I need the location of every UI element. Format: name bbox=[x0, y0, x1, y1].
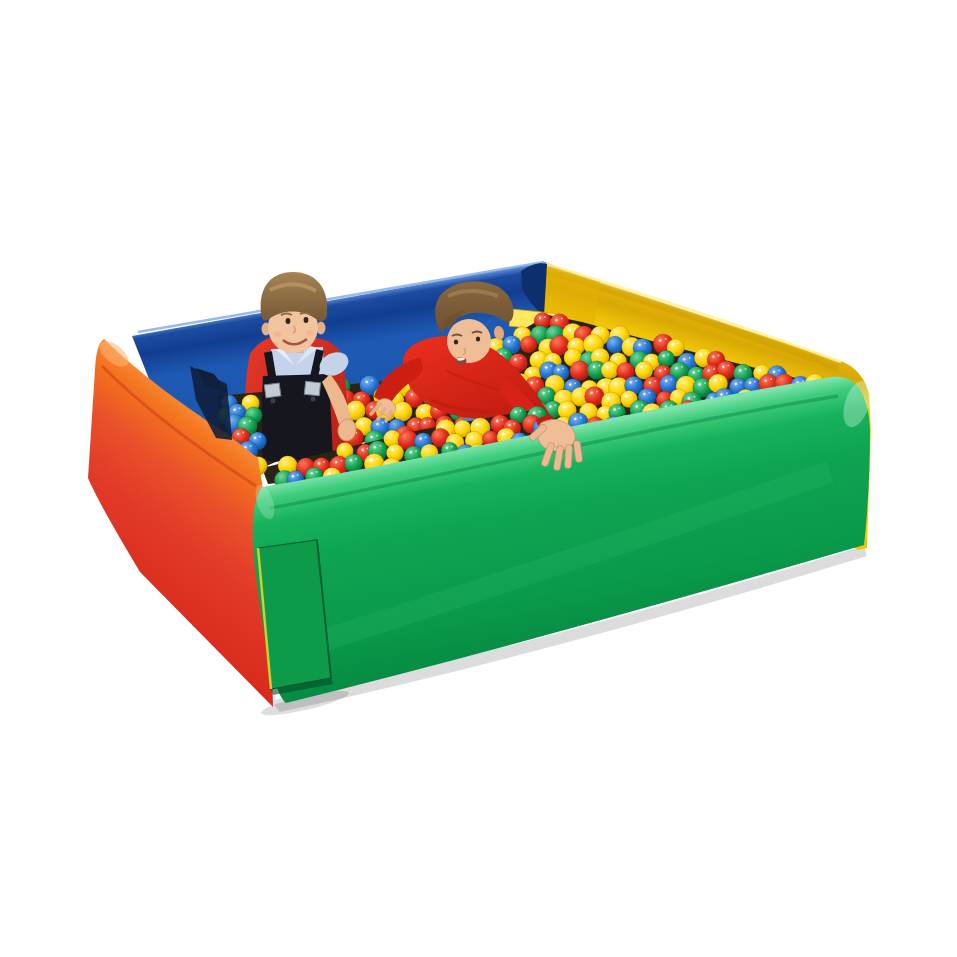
ball-speckle bbox=[635, 380, 637, 382]
ball-speckle bbox=[376, 435, 378, 437]
ball-speckle bbox=[665, 380, 668, 383]
ball-speckle bbox=[593, 366, 596, 369]
ball-speckle bbox=[391, 449, 394, 452]
ball-speckle bbox=[640, 366, 643, 369]
ball-speckle bbox=[713, 368, 715, 370]
crawling-boy-eye-left bbox=[454, 339, 458, 344]
ball-speckle bbox=[501, 419, 503, 421]
ball-speckle bbox=[374, 446, 377, 449]
ball-speckle bbox=[754, 380, 756, 382]
ball-speckle bbox=[770, 378, 772, 380]
ball-speckle bbox=[720, 378, 722, 380]
ball-speckle bbox=[355, 458, 357, 460]
ball-speckle bbox=[670, 379, 672, 381]
ball-speckle bbox=[596, 331, 599, 334]
standing-boy-cheek-left bbox=[273, 331, 281, 337]
ball-speckle bbox=[429, 420, 431, 422]
ball-speckle bbox=[630, 394, 632, 396]
ball-speckle bbox=[533, 412, 536, 415]
ball-speckle bbox=[370, 436, 373, 439]
ball-speckle bbox=[735, 383, 738, 386]
ball-speckle bbox=[358, 396, 361, 399]
ball-red bbox=[520, 336, 537, 353]
ball-speckle bbox=[379, 445, 381, 447]
ball-speckle bbox=[535, 356, 538, 359]
ball-speckle bbox=[421, 409, 424, 412]
ball-speckle bbox=[601, 410, 604, 413]
ball-speckle bbox=[424, 421, 427, 424]
ball-speckle bbox=[758, 369, 761, 372]
ball-speckle bbox=[648, 358, 651, 361]
ball-speckle bbox=[625, 395, 628, 398]
ball-speckle bbox=[574, 418, 577, 421]
ball-speckle bbox=[638, 343, 641, 346]
ball-speckle bbox=[542, 392, 545, 395]
ball-speckle bbox=[524, 330, 526, 332]
ball-speckle bbox=[648, 392, 650, 394]
ball-speckle bbox=[365, 421, 367, 423]
ball-speckle bbox=[613, 396, 615, 398]
ball-speckle bbox=[614, 357, 617, 360]
ball-speckle bbox=[557, 368, 560, 371]
ball-speckle bbox=[341, 460, 343, 462]
ball-speckle bbox=[598, 365, 600, 367]
ball-speckle bbox=[572, 342, 575, 345]
ball-speckle bbox=[297, 474, 299, 476]
ball-speckle bbox=[550, 365, 552, 367]
ball-speckle bbox=[548, 391, 550, 393]
ball-speckle bbox=[692, 371, 695, 374]
ball-speckle bbox=[664, 368, 666, 370]
ball-speckle bbox=[544, 316, 546, 318]
ball-speckle bbox=[726, 392, 728, 394]
ball-speckle bbox=[720, 393, 723, 396]
ball-speckle bbox=[513, 423, 515, 425]
ball-speckle bbox=[630, 381, 633, 384]
ball-speckle bbox=[520, 357, 522, 359]
ball-speckle bbox=[698, 370, 700, 372]
ball-speckle bbox=[549, 357, 552, 360]
ball-speckle bbox=[745, 368, 747, 370]
ball-speckle bbox=[644, 342, 646, 344]
ball-speckle bbox=[555, 319, 558, 322]
standing-boy-clasp-left bbox=[264, 383, 281, 398]
ball-green bbox=[658, 350, 675, 367]
ball-speckle bbox=[540, 355, 542, 357]
ball-speckle bbox=[569, 405, 571, 407]
ball-speckle bbox=[243, 422, 246, 425]
ball-speckle bbox=[366, 381, 369, 384]
ball-speckle bbox=[518, 331, 521, 334]
ball-speckle bbox=[654, 380, 656, 382]
ball-speckle bbox=[778, 369, 780, 371]
ball-speckle bbox=[250, 445, 252, 447]
standing-boy-button-right bbox=[310, 396, 315, 401]
ball-speckle bbox=[596, 353, 599, 356]
ball-yellow bbox=[393, 402, 413, 422]
ball-speckle bbox=[712, 356, 715, 359]
standing-boy-clasp-right bbox=[304, 381, 320, 395]
ball-speckle bbox=[722, 366, 725, 369]
ball-speckle bbox=[620, 381, 622, 383]
ball-speckle bbox=[247, 399, 250, 402]
ball-speckle bbox=[614, 383, 617, 386]
ball-speckle bbox=[482, 422, 484, 424]
ball-speckle bbox=[529, 371, 532, 374]
ball-speckle bbox=[451, 445, 453, 447]
ball-speckle bbox=[376, 423, 379, 426]
ball-speckle bbox=[602, 330, 604, 332]
ball-speckle bbox=[574, 382, 576, 384]
standing-boy-button-left bbox=[270, 398, 275, 403]
ball-speckle bbox=[611, 365, 613, 367]
ball-speckle bbox=[492, 343, 495, 346]
ball-speckle bbox=[249, 420, 251, 422]
ball-speckle bbox=[520, 410, 522, 412]
ball-speckle bbox=[641, 404, 643, 406]
ball-speckle bbox=[688, 397, 691, 400]
ball-speckle bbox=[580, 417, 582, 419]
ball-speckle bbox=[689, 357, 691, 359]
ball-speckle bbox=[411, 393, 414, 396]
crawling-boy-eye-right bbox=[476, 336, 480, 341]
ball-speckle bbox=[396, 448, 398, 450]
ball-speckle bbox=[635, 405, 638, 408]
ball-speckle bbox=[602, 383, 605, 386]
ball-speckle bbox=[714, 379, 717, 382]
ball-speckle bbox=[318, 462, 321, 465]
ball-speckle bbox=[554, 356, 556, 358]
ball-speckle bbox=[727, 365, 729, 367]
ball-speckle bbox=[681, 366, 683, 368]
ball-speckle bbox=[764, 379, 767, 382]
ball-speckle bbox=[574, 327, 576, 329]
ball-speckle bbox=[259, 436, 261, 438]
ball-yellow bbox=[601, 361, 619, 379]
ball-speckle bbox=[653, 357, 655, 359]
ball-pit-photo bbox=[0, 0, 957, 957]
ball-speckle bbox=[618, 407, 620, 409]
ball-speckle bbox=[333, 471, 335, 473]
ball-speckle bbox=[335, 461, 338, 464]
ball-speckle bbox=[360, 422, 363, 425]
ball-speckle bbox=[292, 475, 295, 478]
ball-speckle bbox=[667, 354, 669, 356]
ball-speckle bbox=[672, 343, 675, 346]
ball-speckle bbox=[352, 406, 355, 409]
ball-speckle bbox=[645, 365, 647, 367]
ball-speckle bbox=[683, 358, 686, 361]
ball-speckle bbox=[704, 382, 706, 384]
ball-speckle bbox=[694, 396, 696, 398]
ball-speckle bbox=[415, 450, 417, 452]
ball-speckle bbox=[412, 422, 415, 425]
ball-speckle bbox=[675, 367, 678, 370]
ball-speckle bbox=[665, 338, 667, 340]
standing-boy-eye-left bbox=[286, 318, 291, 324]
ball-speckle bbox=[536, 380, 538, 382]
ball-speckle bbox=[539, 410, 541, 412]
ball-speckle bbox=[569, 383, 572, 386]
ball-speckle bbox=[397, 394, 399, 396]
ball-speckle bbox=[763, 368, 765, 370]
scene bbox=[0, 0, 957, 957]
ball-speckle bbox=[565, 420, 567, 422]
ball-speckle bbox=[513, 339, 515, 341]
ball-speckle bbox=[740, 382, 742, 384]
ball-speckle bbox=[502, 433, 505, 436]
ball-speckle bbox=[549, 405, 552, 408]
ball-speckle bbox=[410, 451, 413, 454]
ball-speckle bbox=[316, 471, 318, 473]
standing-boy-cheek-right bbox=[306, 330, 314, 336]
ball-speckle bbox=[705, 352, 707, 354]
ball-speckle bbox=[554, 404, 556, 406]
ball-speckle bbox=[476, 435, 478, 437]
ball-speckle bbox=[619, 356, 621, 358]
ball-speckle bbox=[700, 353, 703, 356]
ball-speckle bbox=[376, 458, 378, 460]
ball-speckle bbox=[496, 420, 499, 423]
ball-speckle bbox=[328, 472, 331, 475]
ball-speckle bbox=[498, 342, 500, 344]
ball-speckle bbox=[476, 423, 479, 426]
ball-speckle bbox=[425, 436, 427, 438]
ball-speckle bbox=[233, 408, 236, 411]
ball-speckle bbox=[361, 449, 364, 452]
ball-speckle bbox=[370, 459, 373, 462]
ball-speckle bbox=[370, 406, 373, 409]
ball-speckle bbox=[590, 392, 593, 395]
ball-speckle bbox=[446, 446, 449, 449]
ball-speckle bbox=[419, 437, 422, 440]
ball-speckle bbox=[739, 369, 742, 372]
ball-speckle bbox=[671, 404, 673, 406]
ball-speckle bbox=[382, 422, 384, 424]
ball-speckle bbox=[505, 352, 507, 354]
ball-speckle bbox=[470, 436, 473, 439]
ball-speckle bbox=[531, 382, 534, 385]
ball-blue bbox=[606, 336, 623, 353]
ball-speckle bbox=[507, 432, 509, 434]
ball-speckle bbox=[514, 358, 517, 361]
ball-speckle bbox=[357, 405, 359, 407]
ball-speckle bbox=[662, 355, 665, 358]
ball-speckle bbox=[371, 380, 373, 382]
ball-speckle bbox=[514, 411, 517, 414]
ball-speckle bbox=[350, 459, 353, 462]
ball-speckle bbox=[563, 406, 566, 409]
ball-speckle bbox=[323, 461, 325, 463]
ball-speckle bbox=[310, 472, 313, 475]
ball-speckle bbox=[254, 437, 257, 440]
ball-speckle bbox=[239, 407, 241, 409]
ball-speckle bbox=[237, 433, 240, 436]
ball-speckle bbox=[649, 382, 652, 385]
ball-speckle bbox=[677, 342, 679, 344]
ball-speckle bbox=[252, 398, 254, 400]
ball-speckle bbox=[561, 318, 563, 320]
ball-speckle bbox=[698, 383, 701, 386]
standing-boy-eye-right bbox=[304, 317, 309, 323]
ball-speckle bbox=[242, 432, 244, 434]
ball-speckle bbox=[659, 339, 662, 342]
ball-speckle bbox=[577, 341, 579, 343]
ball-speckle bbox=[707, 369, 710, 372]
ball-speckle bbox=[613, 408, 616, 411]
ball-speckle bbox=[539, 317, 542, 320]
ball-speckle bbox=[562, 368, 564, 370]
ball-speckle bbox=[508, 340, 511, 343]
ball-speckle bbox=[534, 370, 536, 372]
ball-speckle bbox=[508, 424, 511, 427]
ball-speckle bbox=[596, 390, 598, 392]
ball-speckle bbox=[717, 354, 719, 356]
ball-speckle bbox=[606, 366, 609, 369]
ball-speckle bbox=[568, 329, 571, 332]
ball-red bbox=[570, 361, 590, 381]
ball-speckle bbox=[749, 381, 752, 384]
ball-speckle bbox=[545, 366, 548, 369]
ball-speckle bbox=[659, 369, 662, 372]
ball-speckle bbox=[426, 408, 428, 410]
ball-speckle bbox=[259, 460, 261, 462]
ball-speckle bbox=[363, 395, 365, 397]
ball-speckle bbox=[607, 409, 609, 411]
ball-speckle bbox=[602, 352, 604, 354]
ball-speckle bbox=[643, 393, 646, 396]
ball-speckle bbox=[773, 371, 776, 374]
ball-speckle bbox=[607, 397, 610, 400]
